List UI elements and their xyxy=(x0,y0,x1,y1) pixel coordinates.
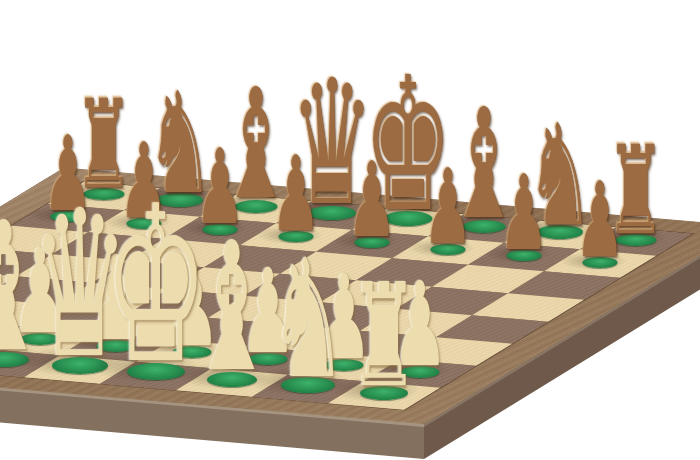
piece-white-rook-h1[interactable]: ♜ xyxy=(324,253,444,402)
chess-set-photo: ♜♞♝♛♚♝♞♜♟♟♟♟♟♟♟♟♟♟♟♟♟♟♟♟♜♞♝♛♚♝♞♜ xyxy=(0,0,700,460)
piece-black-pawn-h7[interactable]: ♟ xyxy=(540,154,660,270)
black-pawn-icon: ♟ xyxy=(575,168,625,272)
pieces-layer: ♜♞♝♛♚♝♞♜♟♟♟♟♟♟♟♟♟♟♟♟♟♟♟♟♜♞♝♛♚♝♞♜ xyxy=(0,0,700,460)
white-rook-icon: ♜ xyxy=(350,264,419,407)
